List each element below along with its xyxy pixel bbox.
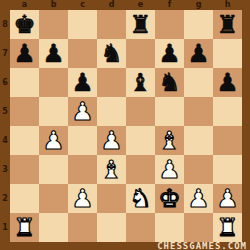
piece-black-rook: ♜ [126, 10, 155, 39]
square-c6: ♟ [68, 68, 97, 97]
piece-white-bishop: ♝ [155, 126, 184, 155]
rank-label-4: 4 [0, 126, 10, 155]
piece-white-king: ♚ [155, 184, 184, 213]
piece-black-rook: ♜ [213, 10, 242, 39]
rank-label-6: 6 [0, 68, 10, 97]
rank-label-1: 1 [0, 213, 10, 242]
square-a4 [10, 126, 39, 155]
square-f5 [155, 97, 184, 126]
square-e5 [126, 97, 155, 126]
square-b4: ♟ [39, 126, 68, 155]
file-label-a: a [10, 0, 39, 10]
square-f1 [155, 213, 184, 242]
square-h1: ♜ [213, 213, 242, 242]
rank-labels: 87654321 [0, 10, 10, 242]
square-d4: ♟ [97, 126, 126, 155]
square-e7 [126, 39, 155, 68]
square-h5 [213, 97, 242, 126]
square-e6: ♝ [126, 68, 155, 97]
square-b1 [39, 213, 68, 242]
square-c4 [68, 126, 97, 155]
piece-white-pawn: ♟ [68, 97, 97, 126]
square-g7: ♟ [184, 39, 213, 68]
rank-label-8: 8 [0, 10, 10, 39]
square-d6 [97, 68, 126, 97]
square-e8: ♜ [126, 10, 155, 39]
square-b7: ♟ [39, 39, 68, 68]
square-b3 [39, 155, 68, 184]
square-a8: ♚ [10, 10, 39, 39]
square-c1 [68, 213, 97, 242]
file-label-f: f [155, 0, 184, 10]
square-a2 [10, 184, 39, 213]
square-e3 [126, 155, 155, 184]
square-g8 [184, 10, 213, 39]
square-a3 [10, 155, 39, 184]
square-a6 [10, 68, 39, 97]
piece-black-pawn: ♟ [213, 68, 242, 97]
square-b6 [39, 68, 68, 97]
square-d2 [97, 184, 126, 213]
square-c8 [68, 10, 97, 39]
square-d3: ♝ [97, 155, 126, 184]
rank-label-7: 7 [0, 39, 10, 68]
rank-label-3: 3 [0, 155, 10, 184]
rank-label-2: 2 [0, 184, 10, 213]
piece-white-rook: ♜ [10, 213, 39, 242]
watermark-text: CHESSGAMES.COM [157, 242, 247, 250]
piece-black-pawn: ♟ [10, 39, 39, 68]
square-e2: ♞ [126, 184, 155, 213]
board-frame: abcdefgh 87654321 ♚♜♜♟♟♞♟♟♟♝♞♟♟♟♟♝♝♟♟♞♚♟… [0, 0, 250, 250]
square-a5 [10, 97, 39, 126]
square-g3 [184, 155, 213, 184]
chess-board: ♚♜♜♟♟♞♟♟♟♝♞♟♟♟♟♝♝♟♟♞♚♟♟♜♜ [10, 10, 242, 242]
piece-black-pawn: ♟ [68, 68, 97, 97]
file-label-g: g [184, 0, 213, 10]
square-b8 [39, 10, 68, 39]
square-b5 [39, 97, 68, 126]
square-f7: ♟ [155, 39, 184, 68]
square-g4 [184, 126, 213, 155]
square-f6: ♞ [155, 68, 184, 97]
square-c5: ♟ [68, 97, 97, 126]
square-d5 [97, 97, 126, 126]
square-h7 [213, 39, 242, 68]
file-label-d: d [97, 0, 126, 10]
piece-white-pawn: ♟ [68, 184, 97, 213]
file-labels: abcdefgh [10, 0, 242, 10]
piece-white-rook: ♜ [213, 213, 242, 242]
square-h4 [213, 126, 242, 155]
piece-white-pawn: ♟ [184, 184, 213, 213]
piece-white-bishop: ♝ [97, 155, 126, 184]
square-d7: ♞ [97, 39, 126, 68]
piece-black-pawn: ♟ [39, 39, 68, 68]
file-label-b: b [39, 0, 68, 10]
piece-black-bishop: ♝ [126, 68, 155, 97]
square-a1: ♜ [10, 213, 39, 242]
square-b2 [39, 184, 68, 213]
square-h8: ♜ [213, 10, 242, 39]
square-e1 [126, 213, 155, 242]
square-h6: ♟ [213, 68, 242, 97]
piece-black-knight: ♞ [97, 39, 126, 68]
square-g6 [184, 68, 213, 97]
piece-white-pawn: ♟ [155, 155, 184, 184]
piece-black-knight: ♞ [155, 68, 184, 97]
square-h2: ♟ [213, 184, 242, 213]
square-c3 [68, 155, 97, 184]
square-h3 [213, 155, 242, 184]
square-e4 [126, 126, 155, 155]
piece-white-pawn: ♟ [39, 126, 68, 155]
square-c2: ♟ [68, 184, 97, 213]
square-c7 [68, 39, 97, 68]
square-f2: ♚ [155, 184, 184, 213]
square-g1 [184, 213, 213, 242]
square-f4: ♝ [155, 126, 184, 155]
file-label-h: h [213, 0, 242, 10]
file-label-e: e [126, 0, 155, 10]
file-label-c: c [68, 0, 97, 10]
piece-black-king: ♚ [10, 10, 39, 39]
square-f3: ♟ [155, 155, 184, 184]
piece-white-pawn: ♟ [213, 184, 242, 213]
square-g2: ♟ [184, 184, 213, 213]
square-d1 [97, 213, 126, 242]
rank-label-5: 5 [0, 97, 10, 126]
square-a7: ♟ [10, 39, 39, 68]
piece-black-pawn: ♟ [155, 39, 184, 68]
piece-white-knight: ♞ [126, 184, 155, 213]
square-g5 [184, 97, 213, 126]
piece-white-pawn: ♟ [97, 126, 126, 155]
square-d8 [97, 10, 126, 39]
square-f8 [155, 10, 184, 39]
piece-black-pawn: ♟ [184, 39, 213, 68]
